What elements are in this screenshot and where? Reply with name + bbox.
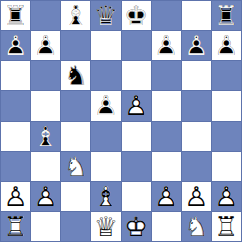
black-bishop-c8[interactable]: ♝♗ bbox=[61, 1, 90, 30]
black-bishop-b4[interactable]: ♝♗ bbox=[31, 122, 60, 151]
piece-glyph-outline: ♘ bbox=[184, 213, 208, 240]
square-g1[interactable]: ♞♘ bbox=[182, 212, 211, 241]
black-knight-c6[interactable]: ♞♘ bbox=[61, 61, 90, 90]
piece-glyph-outline: ♖ bbox=[3, 213, 27, 240]
square-f2[interactable]: ♟♙ bbox=[152, 182, 181, 211]
piece-glyph-outline: ♙ bbox=[184, 32, 208, 59]
square-c8[interactable]: ♝♗ bbox=[61, 1, 90, 30]
square-f6[interactable] bbox=[152, 61, 181, 90]
square-f1[interactable] bbox=[152, 212, 181, 241]
piece-glyph-outline: ♘ bbox=[64, 62, 88, 89]
piece-glyph-outline: ♙ bbox=[34, 183, 58, 210]
square-c7[interactable] bbox=[61, 31, 90, 60]
piece-glyph-outline: ♙ bbox=[34, 32, 58, 59]
white-pawn-g2[interactable]: ♟♙ bbox=[182, 182, 211, 211]
black-pawn-f7[interactable]: ♟♙ bbox=[152, 31, 181, 60]
white-pawn-b2[interactable]: ♟♙ bbox=[31, 182, 60, 211]
square-d4[interactable] bbox=[91, 122, 120, 151]
square-d8[interactable]: ♛♕ bbox=[91, 1, 120, 30]
square-a8[interactable]: ♜♖ bbox=[1, 1, 30, 30]
piece-glyph-outline: ♙ bbox=[3, 32, 27, 59]
black-rook-h8[interactable]: ♜♖ bbox=[212, 1, 241, 30]
square-a7[interactable]: ♟♙ bbox=[1, 31, 30, 60]
square-g4[interactable] bbox=[182, 122, 211, 151]
piece-glyph-outline: ♙ bbox=[184, 183, 208, 210]
white-pawn-f2[interactable]: ♟♙ bbox=[152, 182, 181, 211]
piece-glyph-outline: ♙ bbox=[94, 92, 118, 119]
black-rook-a8[interactable]: ♜♖ bbox=[1, 1, 30, 30]
square-h6[interactable] bbox=[212, 61, 241, 90]
piece-glyph-outline: ♙ bbox=[214, 183, 238, 210]
piece-glyph-outline: ♙ bbox=[154, 183, 178, 210]
square-c3[interactable]: ♞♘ bbox=[61, 152, 90, 181]
square-b5[interactable] bbox=[31, 91, 60, 120]
white-pawn-a2[interactable]: ♟♙ bbox=[1, 182, 30, 211]
white-rook-h1[interactable]: ♜♖ bbox=[212, 212, 241, 241]
square-b7[interactable]: ♟♙ bbox=[31, 31, 60, 60]
square-g6[interactable] bbox=[182, 61, 211, 90]
square-d6[interactable] bbox=[91, 61, 120, 90]
white-king-e1[interactable]: ♚♔ bbox=[122, 212, 151, 241]
square-g7[interactable]: ♟♙ bbox=[182, 31, 211, 60]
square-c1[interactable] bbox=[61, 212, 90, 241]
square-h2[interactable]: ♟♙ bbox=[212, 182, 241, 211]
black-pawn-h7[interactable]: ♟♙ bbox=[212, 31, 241, 60]
square-e5[interactable]: ♟♙ bbox=[122, 91, 151, 120]
square-a2[interactable]: ♟♙ bbox=[1, 182, 30, 211]
square-f7[interactable]: ♟♙ bbox=[152, 31, 181, 60]
square-h3[interactable] bbox=[212, 152, 241, 181]
piece-glyph-outline: ♕ bbox=[94, 2, 118, 29]
black-pawn-g7[interactable]: ♟♙ bbox=[182, 31, 211, 60]
square-f4[interactable] bbox=[152, 122, 181, 151]
square-f3[interactable] bbox=[152, 152, 181, 181]
square-c5[interactable] bbox=[61, 91, 90, 120]
square-c2[interactable] bbox=[61, 182, 90, 211]
piece-glyph-outline: ♙ bbox=[214, 32, 238, 59]
piece-glyph-outline: ♙ bbox=[154, 32, 178, 59]
piece-glyph-outline: ♙ bbox=[124, 92, 148, 119]
square-b8[interactable] bbox=[31, 1, 60, 30]
piece-glyph-outline: ♖ bbox=[214, 213, 238, 240]
square-e1[interactable]: ♚♔ bbox=[122, 212, 151, 241]
square-e8[interactable]: ♚♔ bbox=[122, 1, 151, 30]
square-g3[interactable] bbox=[182, 152, 211, 181]
square-a4[interactable] bbox=[1, 122, 30, 151]
square-d3[interactable] bbox=[91, 152, 120, 181]
square-c4[interactable] bbox=[61, 122, 90, 151]
square-f5[interactable] bbox=[152, 91, 181, 120]
square-g2[interactable]: ♟♙ bbox=[182, 182, 211, 211]
piece-glyph-outline: ♗ bbox=[64, 2, 88, 29]
square-e6[interactable] bbox=[122, 61, 151, 90]
square-d1[interactable]: ♛♕ bbox=[91, 212, 120, 241]
white-pawn-h2[interactable]: ♟♙ bbox=[212, 182, 241, 211]
square-h4[interactable] bbox=[212, 122, 241, 151]
square-b4[interactable]: ♝♗ bbox=[31, 122, 60, 151]
piece-glyph-outline: ♔ bbox=[124, 2, 148, 29]
black-king-e8[interactable]: ♚♔ bbox=[122, 1, 151, 30]
square-b6[interactable] bbox=[31, 61, 60, 90]
square-e4[interactable] bbox=[122, 122, 151, 151]
square-e7[interactable] bbox=[122, 31, 151, 60]
square-e2[interactable] bbox=[122, 182, 151, 211]
square-b2[interactable]: ♟♙ bbox=[31, 182, 60, 211]
black-pawn-a7[interactable]: ♟♙ bbox=[1, 31, 30, 60]
square-f8[interactable] bbox=[152, 1, 181, 30]
piece-glyph-outline: ♗ bbox=[34, 123, 58, 150]
piece-glyph-outline: ♖ bbox=[214, 2, 238, 29]
piece-glyph-outline: ♙ bbox=[3, 183, 27, 210]
square-a1[interactable]: ♜♖ bbox=[1, 212, 30, 241]
square-h7[interactable]: ♟♙ bbox=[212, 31, 241, 60]
square-d2[interactable]: ♝♗ bbox=[91, 182, 120, 211]
square-a6[interactable] bbox=[1, 61, 30, 90]
square-g5[interactable] bbox=[182, 91, 211, 120]
piece-glyph-outline: ♘ bbox=[64, 153, 88, 180]
square-h8[interactable]: ♜♖ bbox=[212, 1, 241, 30]
white-bishop-d2[interactable]: ♝♗ bbox=[91, 182, 120, 211]
square-b3[interactable] bbox=[31, 152, 60, 181]
square-c6[interactable]: ♞♘ bbox=[61, 61, 90, 90]
white-rook-a1[interactable]: ♜♖ bbox=[1, 212, 30, 241]
chess-board: ♜♖♝♗♛♕♚♔♜♖♟♙♟♙♟♙♟♙♟♙♞♘♟♙♟♙♝♗♞♘♟♙♟♙♝♗♟♙♟♙… bbox=[0, 0, 242, 242]
piece-glyph-outline: ♔ bbox=[124, 213, 148, 240]
white-queen-d1[interactable]: ♛♕ bbox=[91, 212, 120, 241]
black-queen-d8[interactable]: ♛♕ bbox=[91, 1, 120, 30]
piece-glyph-outline: ♕ bbox=[94, 213, 118, 240]
piece-glyph-outline: ♖ bbox=[3, 2, 27, 29]
square-a3[interactable] bbox=[1, 152, 30, 181]
square-d7[interactable] bbox=[91, 31, 120, 60]
square-g8[interactable] bbox=[182, 1, 211, 30]
white-pawn-e5[interactable]: ♟♙ bbox=[122, 91, 151, 120]
square-h1[interactable]: ♜♖ bbox=[212, 212, 241, 241]
square-e3[interactable] bbox=[122, 152, 151, 181]
square-h5[interactable] bbox=[212, 91, 241, 120]
black-pawn-d5[interactable]: ♟♙ bbox=[91, 91, 120, 120]
white-knight-g1[interactable]: ♞♘ bbox=[182, 212, 211, 241]
square-b1[interactable] bbox=[31, 212, 60, 241]
black-pawn-b7[interactable]: ♟♙ bbox=[31, 31, 60, 60]
piece-glyph-outline: ♗ bbox=[94, 183, 118, 210]
square-a5[interactable] bbox=[1, 91, 30, 120]
square-d5[interactable]: ♟♙ bbox=[91, 91, 120, 120]
white-knight-c3[interactable]: ♞♘ bbox=[61, 152, 90, 181]
